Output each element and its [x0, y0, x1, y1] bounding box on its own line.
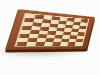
- board-grid: [17, 14, 88, 46]
- board-frame: [5, 9, 95, 50]
- scene: [0, 0, 100, 75]
- square-h1[interactable]: [74, 42, 82, 45]
- board-inner-border: [14, 13, 89, 47]
- chessboard: [5, 9, 95, 50]
